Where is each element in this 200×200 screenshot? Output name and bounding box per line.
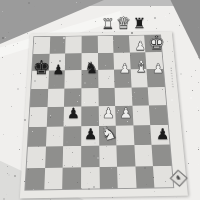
piece-white-queen-f8[interactable]: ♛	[116, 14, 131, 31]
piece-black-pawn-h3[interactable]: ♟	[156, 128, 169, 143]
piece-black-rook-g8[interactable]: ♜	[133, 16, 146, 30]
piece-white-rook-e8[interactable]: ♜	[101, 17, 114, 31]
piece-white-knight-e3[interactable]: ♞	[98, 122, 119, 144]
piece-black-pawn-b6[interactable]: ♟	[52, 63, 64, 76]
piece-white-bishop-g6[interactable]: ♝	[134, 59, 148, 75]
piece-white-pawn-e4[interactable]: ♟	[102, 106, 115, 120]
piece-black-knight-d6[interactable]: ♞	[84, 60, 98, 76]
piece-black-pawn-d3[interactable]: ♟	[84, 127, 97, 142]
piece-black-pawn-c4[interactable]: ♟	[67, 106, 80, 120]
piece-white-king-h7[interactable]: ♚	[148, 34, 165, 53]
piece-white-pawn-g7[interactable]: ♟	[135, 40, 146, 52]
piece-black-king-a6[interactable]: ♚	[33, 58, 51, 78]
photo-scene: ∙∙∙∙∙∙∙∙ ♞ ♜♛♜♟♚♚♟♞♟♝♟♟♟♟♟♞♟	[0, 0, 200, 200]
piece-white-pawn-h6[interactable]: ♟	[152, 61, 164, 74]
piece-white-pawn-f6[interactable]: ♟	[119, 62, 131, 75]
pieces-layer: ♜♛♜♟♚♚♟♞♟♝♟♟♟♟♟♞♟	[0, 0, 200, 200]
piece-white-pawn-f4[interactable]: ♟	[120, 106, 133, 120]
